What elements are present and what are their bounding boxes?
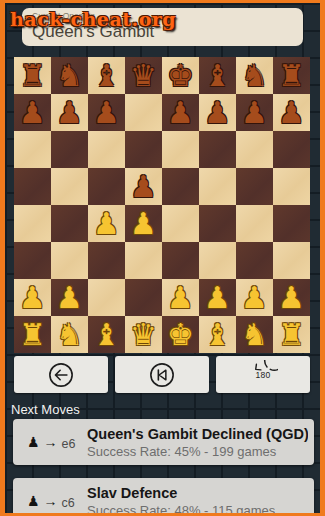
square-g8[interactable]: ♞ [236,57,273,94]
square-h6[interactable] [273,131,310,168]
square-d7[interactable] [125,94,162,131]
square-b8[interactable]: ♞ [51,57,88,94]
white-pawn-a2[interactable]: ♟ [19,279,46,316]
next-moves-heading: Next Moves [11,402,80,417]
rotate-180-icon: 180 [248,360,278,390]
square-b2[interactable]: ♟ [51,279,88,316]
square-e7[interactable]: ♟ [162,94,199,131]
rotate-180-label: 180 [256,370,271,380]
arrow-left-circle-icon [46,360,76,390]
white-rook-h1[interactable]: ♜ [278,316,305,353]
square-g5[interactable] [236,168,273,205]
opening-title: Slav Defence [87,484,275,502]
square-b3[interactable] [51,242,88,279]
black-rook-h8[interactable]: ♜ [278,57,305,94]
watermark-text: hack-cheat.org [10,8,176,30]
black-knight-b8[interactable]: ♞ [56,57,83,94]
square-d3[interactable] [125,242,162,279]
black-bishop-c8[interactable]: ♝ [93,57,120,94]
white-rook-a1[interactable]: ♜ [19,316,46,353]
square-c5[interactable] [88,168,125,205]
square-h7[interactable]: ♟ [273,94,310,131]
square-f6[interactable] [199,131,236,168]
black-pawn-b7[interactable]: ♟ [56,94,83,131]
square-c3[interactable] [88,242,125,279]
control-button-row: 180 [14,356,310,393]
square-c8[interactable]: ♝ [88,57,125,94]
square-g1[interactable]: ♞ [236,316,273,353]
white-bishop-f1[interactable]: ♝ [204,316,231,353]
square-a1[interactable]: ♜ [14,316,51,353]
black-pawn-g7[interactable]: ♟ [241,94,268,131]
square-f5[interactable] [199,168,236,205]
black-pawn-a7[interactable]: ♟ [19,94,46,131]
square-e2[interactable]: ♟ [162,279,199,316]
black-pawn-e7[interactable]: ♟ [167,94,194,131]
square-a7[interactable]: ♟ [14,94,51,131]
square-a5[interactable] [14,168,51,205]
square-b6[interactable] [51,131,88,168]
white-pawn-g2[interactable]: ♟ [241,279,268,316]
rotate-board-180-button[interactable]: 180 [216,356,310,393]
white-pawn-e2[interactable]: ♟ [167,279,194,316]
square-a6[interactable] [14,131,51,168]
black-pawn-d5[interactable]: ♟ [130,168,157,205]
square-e4[interactable] [162,205,199,242]
white-pawn-d4[interactable]: ♟ [130,205,157,242]
square-f4[interactable] [199,205,236,242]
square-d8[interactable]: ♛ [125,57,162,94]
square-e3[interactable] [162,242,199,279]
skip-to-start-button[interactable] [115,356,209,393]
white-knight-g1[interactable]: ♞ [241,316,268,353]
success-rate-text: Success Rate: 48% - 115 games [87,502,275,516]
square-c2[interactable] [88,279,125,316]
square-c1[interactable]: ♝ [88,316,125,353]
square-f3[interactable] [199,242,236,279]
move-lead: ♟ → e6 [27,435,81,449]
pawn-icon: ♟ [27,494,40,508]
white-pawn-f2[interactable]: ♟ [204,279,231,316]
square-h4[interactable] [273,205,310,242]
move-lead: ♟ → c6 [27,494,81,508]
black-knight-g8[interactable]: ♞ [241,57,268,94]
square-d1[interactable]: ♛ [125,316,162,353]
square-e1[interactable]: ♚ [162,316,199,353]
white-bishop-c1[interactable]: ♝ [93,316,120,353]
square-a2[interactable]: ♟ [14,279,51,316]
move-square-label: c6 [62,496,75,510]
chess-app-window: hack-cheat.org Current Opening Queen's G… [0,0,325,516]
square-c4[interactable]: ♟ [88,205,125,242]
square-d6[interactable] [125,131,162,168]
black-bishop-f8[interactable]: ♝ [204,57,231,94]
white-knight-b1[interactable]: ♞ [56,316,83,353]
chess-board[interactable]: ♜♞♝♛♚♝♞♜♟♟♟♟♟♟♟♟♟♟♟♟♟♟♟♟♜♞♝♛♚♝♞♜ [14,57,310,353]
square-g4[interactable] [236,205,273,242]
back-move-button[interactable] [14,356,108,393]
square-a3[interactable] [14,242,51,279]
square-a4[interactable] [14,205,51,242]
square-c6[interactable] [88,131,125,168]
arrow-right-icon: → [44,435,58,449]
square-h8[interactable]: ♜ [273,57,310,94]
opening-title: Queen's Gambit Declined (QGD) [87,425,308,443]
square-h3[interactable] [273,242,310,279]
white-pawn-b2[interactable]: ♟ [56,279,83,316]
white-king-e1[interactable]: ♚ [167,316,194,353]
square-f1[interactable]: ♝ [199,316,236,353]
black-pawn-h7[interactable]: ♟ [278,94,305,131]
next-move-item-slav[interactable]: ♟ → c6 Slav Defence Success Rate: 48% - … [13,478,314,516]
white-queen-d1[interactable]: ♛ [130,316,157,353]
skip-to-start-icon [147,360,177,390]
white-pawn-c4[interactable]: ♟ [93,205,120,242]
black-pawn-f7[interactable]: ♟ [204,94,231,131]
square-d2[interactable] [125,279,162,316]
square-f7[interactable]: ♟ [199,94,236,131]
square-f8[interactable]: ♝ [199,57,236,94]
square-b7[interactable]: ♟ [51,94,88,131]
square-c7[interactable]: ♟ [88,94,125,131]
black-rook-a8[interactable]: ♜ [19,57,46,94]
black-king-e8[interactable]: ♚ [167,57,194,94]
square-h1[interactable]: ♜ [273,316,310,353]
square-e5[interactable] [162,168,199,205]
white-pawn-h2[interactable]: ♟ [278,279,305,316]
square-e6[interactable] [162,131,199,168]
black-pawn-c7[interactable]: ♟ [93,94,120,131]
square-f2[interactable]: ♟ [199,279,236,316]
black-queen-d8[interactable]: ♛ [130,57,157,94]
square-g3[interactable] [236,242,273,279]
pawn-icon: ♟ [27,435,40,449]
square-g7[interactable]: ♟ [236,94,273,131]
square-b5[interactable] [51,168,88,205]
square-e8[interactable]: ♚ [162,57,199,94]
success-rate-text: Success Rate: 45% - 199 games [87,443,308,460]
move-square-label: e6 [62,437,76,451]
square-d5[interactable]: ♟ [125,168,162,205]
square-h2[interactable]: ♟ [273,279,310,316]
next-move-item-qgd[interactable]: ♟ → e6 Queen's Gambit Declined (QGD) Suc… [13,419,314,465]
square-h5[interactable] [273,168,310,205]
square-b1[interactable]: ♞ [51,316,88,353]
move-text-block: Queen's Gambit Declined (QGD) Success Ra… [87,425,308,460]
square-b4[interactable] [51,205,88,242]
square-g2[interactable]: ♟ [236,279,273,316]
square-d4[interactable]: ♟ [125,205,162,242]
arrow-right-icon: → [44,494,58,508]
square-g6[interactable] [236,131,273,168]
square-a8[interactable]: ♜ [14,57,51,94]
move-text-block: Slav Defence Success Rate: 48% - 115 gam… [87,484,275,516]
